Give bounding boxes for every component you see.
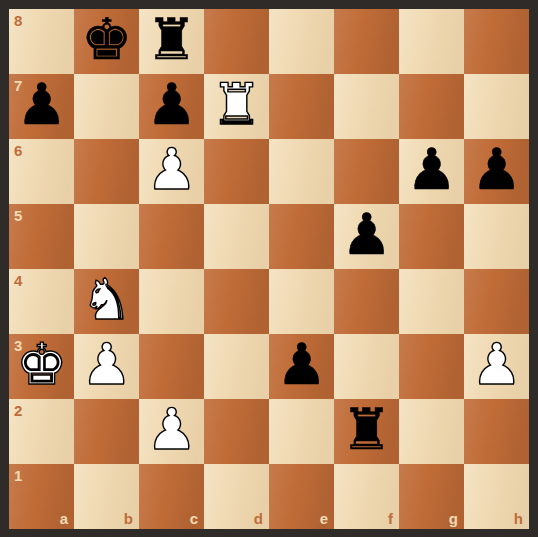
square-b7[interactable]	[74, 74, 139, 139]
square-e8[interactable]	[269, 9, 334, 74]
square-c2[interactable]: ♟	[139, 399, 204, 464]
square-d2[interactable]	[204, 399, 269, 464]
rank-label-2: 2	[14, 403, 22, 418]
square-b2[interactable]	[74, 399, 139, 464]
square-b5[interactable]	[74, 204, 139, 269]
square-b8[interactable]: ♚	[74, 9, 139, 74]
white-pawn[interactable]: ♟	[81, 336, 132, 393]
square-f4[interactable]	[334, 269, 399, 334]
square-e6[interactable]	[269, 139, 334, 204]
square-a2[interactable]: 2	[9, 399, 74, 464]
square-e4[interactable]	[269, 269, 334, 334]
square-f1[interactable]: f	[334, 464, 399, 529]
square-d3[interactable]	[204, 334, 269, 399]
file-label-c: c	[190, 511, 198, 526]
white-knight[interactable]: ♞	[81, 271, 132, 328]
square-g8[interactable]	[399, 9, 464, 74]
file-label-a: a	[60, 511, 68, 526]
square-c7[interactable]: ♟	[139, 74, 204, 139]
square-h3[interactable]: ♟	[464, 334, 529, 399]
black-rook[interactable]: ♜	[146, 11, 197, 68]
black-pawn[interactable]: ♟	[406, 141, 457, 198]
white-pawn[interactable]: ♟	[471, 336, 522, 393]
square-h2[interactable]	[464, 399, 529, 464]
square-b3[interactable]: ♟	[74, 334, 139, 399]
file-label-g: g	[449, 511, 458, 526]
square-g3[interactable]	[399, 334, 464, 399]
square-g1[interactable]: g	[399, 464, 464, 529]
square-c3[interactable]	[139, 334, 204, 399]
file-label-b: b	[124, 511, 133, 526]
square-h5[interactable]	[464, 204, 529, 269]
white-rook[interactable]: ♜	[211, 76, 262, 133]
white-king[interactable]: ♚	[16, 336, 67, 393]
square-a1[interactable]: 1a	[9, 464, 74, 529]
square-c1[interactable]: c	[139, 464, 204, 529]
square-g6[interactable]: ♟	[399, 139, 464, 204]
black-pawn[interactable]: ♟	[341, 206, 392, 263]
square-d4[interactable]	[204, 269, 269, 334]
file-label-f: f	[388, 511, 393, 526]
square-g2[interactable]	[399, 399, 464, 464]
rank-label-6: 6	[14, 143, 22, 158]
square-e3[interactable]: ♟	[269, 334, 334, 399]
black-pawn[interactable]: ♟	[16, 76, 67, 133]
square-c4[interactable]	[139, 269, 204, 334]
square-f3[interactable]	[334, 334, 399, 399]
white-pawn[interactable]: ♟	[146, 401, 197, 458]
black-pawn[interactable]: ♟	[471, 141, 522, 198]
square-a8[interactable]: 8	[9, 9, 74, 74]
square-e5[interactable]	[269, 204, 334, 269]
square-f7[interactable]	[334, 74, 399, 139]
square-h7[interactable]	[464, 74, 529, 139]
rank-label-8: 8	[14, 13, 22, 28]
square-d6[interactable]	[204, 139, 269, 204]
white-pawn[interactable]: ♟	[146, 141, 197, 198]
square-d7[interactable]: ♜	[204, 74, 269, 139]
square-g4[interactable]	[399, 269, 464, 334]
square-c8[interactable]: ♜	[139, 9, 204, 74]
square-e2[interactable]	[269, 399, 334, 464]
square-g5[interactable]	[399, 204, 464, 269]
black-king[interactable]: ♚	[81, 11, 132, 68]
square-h4[interactable]	[464, 269, 529, 334]
square-e7[interactable]	[269, 74, 334, 139]
square-a6[interactable]: 6	[9, 139, 74, 204]
square-g7[interactable]	[399, 74, 464, 139]
square-e1[interactable]: e	[269, 464, 334, 529]
square-h6[interactable]: ♟	[464, 139, 529, 204]
square-f2[interactable]: ♜	[334, 399, 399, 464]
square-f8[interactable]	[334, 9, 399, 74]
rank-label-1: 1	[14, 468, 22, 483]
square-h1[interactable]: h	[464, 464, 529, 529]
rank-label-5: 5	[14, 208, 22, 223]
square-a3[interactable]: 3♚	[9, 334, 74, 399]
square-h8[interactable]	[464, 9, 529, 74]
square-c6[interactable]: ♟	[139, 139, 204, 204]
square-c5[interactable]	[139, 204, 204, 269]
file-label-h: h	[514, 511, 523, 526]
black-pawn[interactable]: ♟	[146, 76, 197, 133]
square-a7[interactable]: 7♟	[9, 74, 74, 139]
square-d5[interactable]	[204, 204, 269, 269]
file-label-d: d	[254, 511, 263, 526]
board-frame: 8♚♜7♟♟♜6♟♟♟5♟4♞3♚♟♟♟2♟♜1abcdefgh	[0, 0, 538, 537]
rank-label-4: 4	[14, 273, 22, 288]
square-f5[interactable]: ♟	[334, 204, 399, 269]
chess-board[interactable]: 8♚♜7♟♟♜6♟♟♟5♟4♞3♚♟♟♟2♟♜1abcdefgh	[9, 9, 529, 529]
black-rook[interactable]: ♜	[341, 401, 392, 458]
square-a5[interactable]: 5	[9, 204, 74, 269]
square-b4[interactable]: ♞	[74, 269, 139, 334]
black-pawn[interactable]: ♟	[276, 336, 327, 393]
square-d8[interactable]	[204, 9, 269, 74]
file-label-e: e	[320, 511, 328, 526]
square-f6[interactable]	[334, 139, 399, 204]
square-a4[interactable]: 4	[9, 269, 74, 334]
square-b1[interactable]: b	[74, 464, 139, 529]
square-b6[interactable]	[74, 139, 139, 204]
square-d1[interactable]: d	[204, 464, 269, 529]
